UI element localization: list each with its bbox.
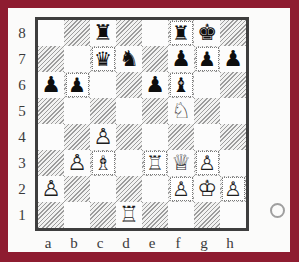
black-queen: ♛ <box>92 47 115 71</box>
white-bishop: ♗ <box>92 151 115 175</box>
square-e6[interactable]: ♟︎ <box>142 72 168 98</box>
rank-label-7: 7 <box>14 46 30 72</box>
chess-diagram: 87654321 ♜♜♚♛♞♟︎♟︎♟︎♟︎♟︎♟︎♝♘♙♙♗♖♕♙♙♙♔♙♖ … <box>14 17 249 251</box>
rank-label-2: 2 <box>14 176 30 202</box>
file-label-d: d <box>113 236 139 251</box>
rank-label-6: 6 <box>14 72 30 98</box>
black-knight: ♞ <box>117 47 141 71</box>
square-b4[interactable] <box>64 124 90 150</box>
rank-label-3: 3 <box>14 150 30 176</box>
square-b6[interactable]: ♟︎ <box>64 72 90 98</box>
square-f6[interactable]: ♝ <box>168 72 194 98</box>
white-rook: ♖ <box>144 151 167 175</box>
square-c2[interactable] <box>90 176 116 202</box>
square-e4[interactable] <box>142 124 168 150</box>
square-h4[interactable] <box>220 124 246 150</box>
file-label-g: g <box>191 236 217 251</box>
square-e3[interactable]: ♖ <box>142 150 168 176</box>
square-d7[interactable]: ♞ <box>116 46 142 72</box>
square-f8[interactable]: ♜ <box>168 20 194 46</box>
rank-label-1: 1 <box>14 202 30 228</box>
file-label-e: e <box>139 236 165 251</box>
white-pawn: ♙ <box>170 177 193 201</box>
black-pawn: ♟︎ <box>221 47 245 71</box>
square-a6[interactable]: ♟︎ <box>38 72 64 98</box>
square-a1[interactable] <box>38 202 64 228</box>
square-h8[interactable] <box>220 20 246 46</box>
white-to-move-indicator <box>270 203 285 218</box>
white-queen: ♕ <box>169 151 193 175</box>
square-a3[interactable] <box>38 150 64 176</box>
file-label-b: b <box>61 236 87 251</box>
white-knight: ♘ <box>169 99 193 123</box>
square-e7[interactable] <box>142 46 168 72</box>
square-g7[interactable]: ♟︎ <box>194 46 220 72</box>
square-h6[interactable] <box>220 72 246 98</box>
square-a8[interactable] <box>38 20 64 46</box>
square-g1[interactable] <box>194 202 220 228</box>
square-f4[interactable] <box>168 124 194 150</box>
file-labels: abcdefgh <box>35 236 249 251</box>
square-c5[interactable] <box>90 98 116 124</box>
square-h3[interactable] <box>220 150 246 176</box>
file-label-c: c <box>87 236 113 251</box>
square-e8[interactable] <box>142 20 168 46</box>
square-c8[interactable]: ♜ <box>90 20 116 46</box>
square-h7[interactable]: ♟︎ <box>220 46 246 72</box>
corner-spacer <box>14 231 35 251</box>
square-d6[interactable] <box>116 72 142 98</box>
rank-label-8: 8 <box>14 20 30 46</box>
square-c6[interactable] <box>90 72 116 98</box>
square-d4[interactable] <box>116 124 142 150</box>
square-b5[interactable] <box>64 98 90 124</box>
black-pawn: ♟︎ <box>169 47 193 71</box>
square-b7[interactable] <box>64 46 90 72</box>
square-f2[interactable]: ♙ <box>168 176 194 202</box>
square-g4[interactable] <box>194 124 220 150</box>
square-h5[interactable] <box>220 98 246 124</box>
square-b1[interactable] <box>64 202 90 228</box>
white-pawn: ♙ <box>65 151 89 175</box>
square-g3[interactable]: ♙ <box>194 150 220 176</box>
black-rook: ♜ <box>91 21 115 45</box>
square-b3[interactable]: ♙ <box>64 150 90 176</box>
square-a2[interactable]: ♙ <box>38 176 64 202</box>
square-a4[interactable] <box>38 124 64 150</box>
rank-label-5: 5 <box>14 98 30 124</box>
square-d5[interactable] <box>116 98 142 124</box>
white-rook: ♖ <box>117 203 141 227</box>
square-g8[interactable]: ♚ <box>194 20 220 46</box>
file-label-h: h <box>217 236 243 251</box>
black-king: ♚ <box>195 21 219 45</box>
rank-label-4: 4 <box>14 124 30 150</box>
white-pawn: ♙ <box>39 177 63 201</box>
rank-labels: 87654321 <box>14 17 35 231</box>
black-pawn: ♟︎ <box>39 73 63 97</box>
square-g5[interactable] <box>194 98 220 124</box>
square-d8[interactable] <box>116 20 142 46</box>
black-bishop: ♝ <box>170 73 193 97</box>
square-a7[interactable] <box>38 46 64 72</box>
chess-board: ♜♜♚♛♞♟︎♟︎♟︎♟︎♟︎♟︎♝♘♙♙♗♖♕♙♙♙♔♙♖ <box>35 17 249 231</box>
square-e2[interactable] <box>142 176 168 202</box>
white-pawn: ♙ <box>222 177 245 201</box>
diagram-page: 87654321 ♜♜♚♛♞♟︎♟︎♟︎♟︎♟︎♟︎♝♘♙♙♗♖♕♙♙♙♔♙♖ … <box>8 8 290 252</box>
square-d3[interactable] <box>116 150 142 176</box>
square-c1[interactable] <box>90 202 116 228</box>
black-pawn: ♟︎ <box>66 73 89 97</box>
square-a5[interactable] <box>38 98 64 124</box>
square-e5[interactable] <box>142 98 168 124</box>
square-h1[interactable] <box>220 202 246 228</box>
square-h2[interactable]: ♙ <box>220 176 246 202</box>
black-pawn: ♟︎ <box>196 47 219 71</box>
file-label-f: f <box>165 236 191 251</box>
square-d2[interactable] <box>116 176 142 202</box>
square-f7[interactable]: ♟︎ <box>168 46 194 72</box>
square-g6[interactable] <box>194 72 220 98</box>
square-f3[interactable]: ♕ <box>168 150 194 176</box>
square-d1[interactable]: ♖ <box>116 202 142 228</box>
black-pawn: ♟︎ <box>143 73 167 97</box>
white-king: ♔ <box>195 177 219 201</box>
square-c3[interactable]: ♗ <box>90 150 116 176</box>
square-c7[interactable]: ♛ <box>90 46 116 72</box>
file-label-a: a <box>35 236 61 251</box>
square-f5[interactable]: ♘ <box>168 98 194 124</box>
square-b2[interactable] <box>64 176 90 202</box>
square-c4[interactable]: ♙ <box>90 124 116 150</box>
square-g2[interactable]: ♔ <box>194 176 220 202</box>
black-rook: ♜ <box>170 21 193 45</box>
white-pawn: ♙ <box>196 151 219 175</box>
square-e1[interactable] <box>142 202 168 228</box>
white-pawn: ♙ <box>91 125 115 149</box>
square-b8[interactable] <box>64 20 90 46</box>
square-f1[interactable] <box>168 202 194 228</box>
